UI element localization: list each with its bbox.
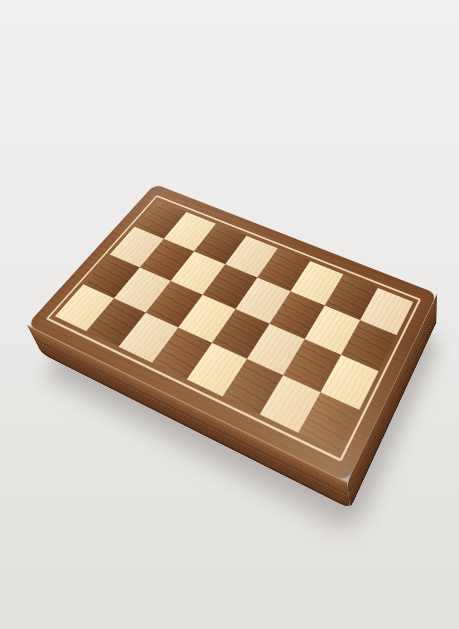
- checkerboard: [55, 201, 413, 452]
- scene: [0, 0, 459, 629]
- maple-inlay-border: [46, 195, 422, 462]
- chess-board-box: [35, 199, 437, 496]
- photo-background: [0, 0, 459, 629]
